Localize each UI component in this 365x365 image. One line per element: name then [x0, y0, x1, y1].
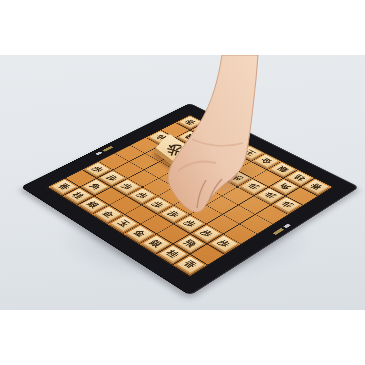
photo-background: 香桂銀金王金銀桂香飛角歩歩歩歩歩歩歩歩歩歩歩歩歩歩歩歩歩歩角飛香桂銀金玉金銀桂香…: [0, 55, 365, 310]
product-photo: 香桂銀金王金銀桂香飛角歩歩歩歩歩歩歩歩歩歩歩歩歩歩歩歩歩歩角飛香桂銀金玉金銀桂香…: [0, 0, 365, 365]
hand-and-forearm: [168, 55, 258, 212]
hand: [0, 55, 365, 310]
